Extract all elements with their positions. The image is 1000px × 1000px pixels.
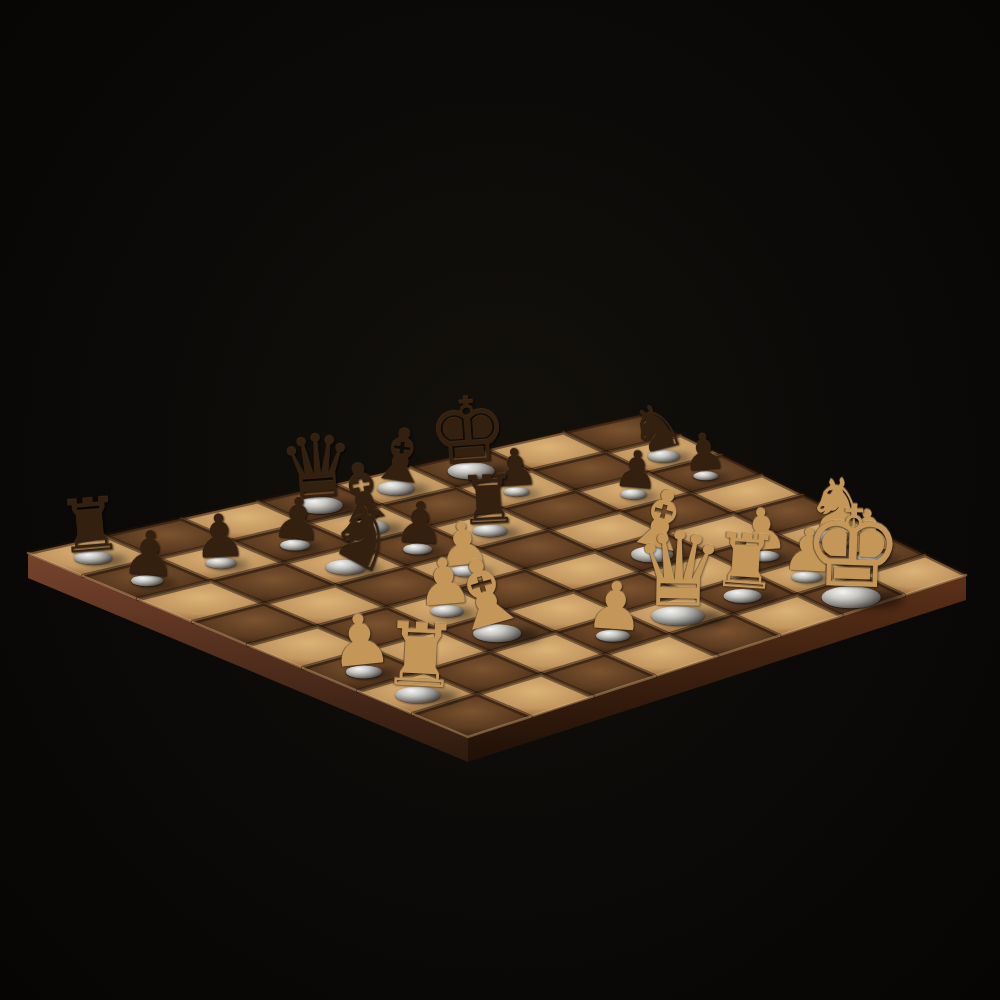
- piece-white-king-g1[interactable]: ♚: [800, 489, 905, 605]
- piece-white-rook-a2[interactable]: ♜: [379, 611, 462, 702]
- piece-black-pawn-h6[interactable]: ♟: [680, 427, 728, 480]
- piece-black-pawn-c7[interactable]: ♟: [270, 488, 326, 549]
- piece-white-pawn-d2[interactable]: ♟: [583, 572, 646, 641]
- scene: ♞♚♟♝♟♟♛♝♜♞♟♟♝♟♟♜♟♞♟♟♟♜♚♟♛♝♟♟♜: [0, 0, 1000, 1000]
- piece-black-rook-a8[interactable]: ♜: [55, 487, 126, 565]
- piece-black-pawn-a7[interactable]: ♟: [120, 520, 179, 585]
- pieces-layer: ♞♚♟♝♟♟♛♝♜♞♟♟♝♟♟♜♟♞♟♟♟♜♚♟♛♝♟♟♜: [0, 0, 1000, 1000]
- piece-black-pawn-b7[interactable]: ♟: [192, 505, 248, 567]
